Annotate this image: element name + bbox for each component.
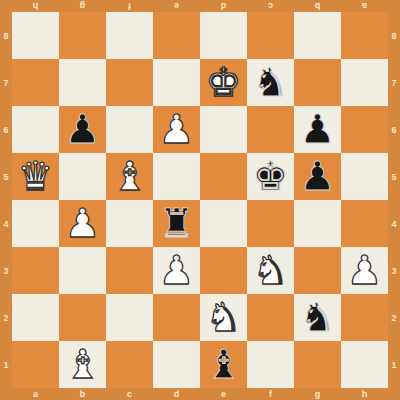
- square-b6[interactable]: ♟: [59, 106, 106, 153]
- rank-label-right-6: 6: [388, 106, 400, 153]
- square-e8[interactable]: [200, 12, 247, 59]
- rank-labels-left: 87654321: [0, 12, 12, 388]
- square-f8[interactable]: [247, 12, 294, 59]
- square-c5[interactable]: ♝: [106, 153, 153, 200]
- square-e5[interactable]: [200, 153, 247, 200]
- piece-white-pawn[interactable]: ♟: [347, 250, 383, 290]
- square-c8[interactable]: [106, 12, 153, 59]
- square-f6[interactable]: [247, 106, 294, 153]
- chess-board: hgfedcba abcdefgh 87654321 87654321 ♚♞♟♟…: [0, 0, 400, 400]
- file-label-bottom-d: d: [153, 388, 200, 400]
- piece-white-bishop[interactable]: ♝: [112, 156, 148, 196]
- piece-black-pawn[interactable]: ♟: [300, 109, 336, 149]
- rank-label-left-6: 6: [0, 106, 12, 153]
- square-b1[interactable]: ♝: [59, 341, 106, 388]
- rank-label-left-5: 5: [0, 153, 12, 200]
- rank-label-right-8: 8: [388, 12, 400, 59]
- square-c7[interactable]: [106, 59, 153, 106]
- piece-black-king[interactable]: ♚: [253, 156, 289, 196]
- square-d7[interactable]: [153, 59, 200, 106]
- rank-label-left-1: 1: [0, 341, 12, 388]
- rank-label-right-2: 2: [388, 294, 400, 341]
- square-a3[interactable]: [12, 247, 59, 294]
- piece-white-pawn[interactable]: ♟: [159, 250, 195, 290]
- square-g4[interactable]: [294, 200, 341, 247]
- file-label-top-e: e: [153, 0, 200, 12]
- square-h7[interactable]: [341, 59, 388, 106]
- square-a6[interactable]: [12, 106, 59, 153]
- square-g8[interactable]: [294, 12, 341, 59]
- square-f5[interactable]: ♚: [247, 153, 294, 200]
- square-e2[interactable]: ♞: [200, 294, 247, 341]
- file-label-top-g: g: [59, 0, 106, 12]
- file-label-bottom-h: h: [341, 388, 388, 400]
- rank-label-left-2: 2: [0, 294, 12, 341]
- squares-grid: ♚♞♟♟♟♛♝♚♟♟♜♟♞♟♞♞♝♝: [12, 12, 388, 388]
- piece-black-pawn[interactable]: ♟: [300, 156, 336, 196]
- square-g6[interactable]: ♟: [294, 106, 341, 153]
- piece-black-rook[interactable]: ♜: [159, 203, 195, 243]
- square-a4[interactable]: [12, 200, 59, 247]
- square-g7[interactable]: [294, 59, 341, 106]
- square-h4[interactable]: [341, 200, 388, 247]
- square-h1[interactable]: [341, 341, 388, 388]
- square-e1[interactable]: ♝: [200, 341, 247, 388]
- square-f3[interactable]: ♞: [247, 247, 294, 294]
- square-d5[interactable]: [153, 153, 200, 200]
- square-e6[interactable]: [200, 106, 247, 153]
- rank-labels-right: 87654321: [388, 12, 400, 388]
- rank-label-right-7: 7: [388, 59, 400, 106]
- file-label-bottom-f: f: [247, 388, 294, 400]
- square-c3[interactable]: [106, 247, 153, 294]
- piece-black-pawn[interactable]: ♟: [65, 109, 101, 149]
- square-g5[interactable]: ♟: [294, 153, 341, 200]
- square-c2[interactable]: [106, 294, 153, 341]
- square-h8[interactable]: [341, 12, 388, 59]
- file-label-top-c: c: [247, 0, 294, 12]
- file-label-bottom-b: b: [59, 388, 106, 400]
- square-h5[interactable]: [341, 153, 388, 200]
- square-d1[interactable]: [153, 341, 200, 388]
- square-b4[interactable]: ♟: [59, 200, 106, 247]
- square-g1[interactable]: [294, 341, 341, 388]
- square-d6[interactable]: ♟: [153, 106, 200, 153]
- square-a1[interactable]: [12, 341, 59, 388]
- square-f1[interactable]: [247, 341, 294, 388]
- square-h6[interactable]: [341, 106, 388, 153]
- square-g2[interactable]: ♞: [294, 294, 341, 341]
- square-e4[interactable]: [200, 200, 247, 247]
- square-a7[interactable]: [12, 59, 59, 106]
- piece-white-knight[interactable]: ♞: [206, 297, 242, 337]
- square-d2[interactable]: [153, 294, 200, 341]
- piece-black-knight[interactable]: ♞: [300, 297, 336, 337]
- file-label-top-d: d: [200, 0, 247, 12]
- square-h3[interactable]: ♟: [341, 247, 388, 294]
- rank-label-right-4: 4: [388, 200, 400, 247]
- file-labels-top: hgfedcba: [12, 0, 388, 12]
- square-d4[interactable]: ♜: [153, 200, 200, 247]
- square-d3[interactable]: ♟: [153, 247, 200, 294]
- rank-label-left-3: 3: [0, 247, 12, 294]
- square-d8[interactable]: [153, 12, 200, 59]
- file-label-top-h: h: [12, 0, 59, 12]
- piece-black-bishop[interactable]: ♝: [206, 344, 242, 384]
- square-c4[interactable]: [106, 200, 153, 247]
- square-h2[interactable]: [341, 294, 388, 341]
- file-label-top-f: f: [106, 0, 153, 12]
- square-e3[interactable]: [200, 247, 247, 294]
- square-e7[interactable]: ♚: [200, 59, 247, 106]
- piece-white-king[interactable]: ♚: [206, 62, 242, 102]
- rank-label-left-4: 4: [0, 200, 12, 247]
- square-b3[interactable]: [59, 247, 106, 294]
- rank-label-left-8: 8: [0, 12, 12, 59]
- square-b7[interactable]: [59, 59, 106, 106]
- file-label-bottom-g: g: [294, 388, 341, 400]
- file-labels-bottom: abcdefgh: [12, 388, 388, 400]
- piece-white-queen[interactable]: ♛: [18, 156, 54, 196]
- file-label-bottom-c: c: [106, 388, 153, 400]
- rank-label-left-7: 7: [0, 59, 12, 106]
- square-c1[interactable]: [106, 341, 153, 388]
- square-g3[interactable]: [294, 247, 341, 294]
- square-a2[interactable]: [12, 294, 59, 341]
- file-label-bottom-a: a: [12, 388, 59, 400]
- square-f7[interactable]: ♞: [247, 59, 294, 106]
- square-a5[interactable]: ♛: [12, 153, 59, 200]
- square-f2[interactable]: [247, 294, 294, 341]
- piece-white-pawn[interactable]: ♟: [65, 203, 101, 243]
- piece-white-pawn[interactable]: ♟: [159, 109, 195, 149]
- file-label-top-a: a: [341, 0, 388, 12]
- piece-white-knight[interactable]: ♞: [253, 250, 289, 290]
- square-c6[interactable]: [106, 106, 153, 153]
- rank-label-right-5: 5: [388, 153, 400, 200]
- square-b8[interactable]: [59, 12, 106, 59]
- square-a8[interactable]: [12, 12, 59, 59]
- file-label-top-b: b: [294, 0, 341, 12]
- square-b2[interactable]: [59, 294, 106, 341]
- square-b5[interactable]: [59, 153, 106, 200]
- file-label-bottom-e: e: [200, 388, 247, 400]
- rank-label-right-3: 3: [388, 247, 400, 294]
- piece-black-knight[interactable]: ♞: [253, 62, 289, 102]
- piece-white-bishop[interactable]: ♝: [65, 344, 101, 384]
- rank-label-right-1: 1: [388, 341, 400, 388]
- square-f4[interactable]: [247, 200, 294, 247]
